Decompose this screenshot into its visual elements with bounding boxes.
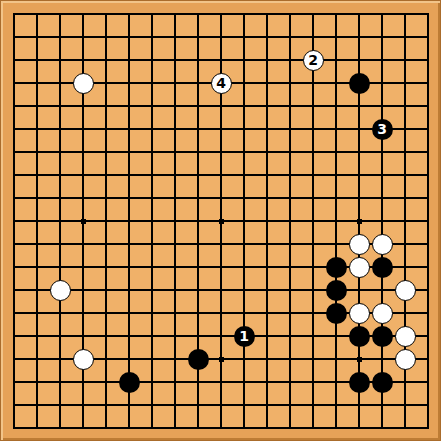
- stone-white: [395, 349, 416, 370]
- stone-black: [372, 326, 393, 347]
- star-point: [81, 219, 86, 224]
- star-point: [357, 219, 362, 224]
- stone-white: [349, 234, 370, 255]
- stone-white: [395, 280, 416, 301]
- star-point: [219, 219, 224, 224]
- star-point: [219, 357, 224, 362]
- stone-white: [349, 303, 370, 324]
- stone-white-move-2: 2: [303, 50, 324, 71]
- go-board: 4231: [0, 0, 441, 441]
- stone-black: [188, 349, 209, 370]
- stone-black: [326, 280, 347, 301]
- stone-white: [73, 73, 94, 94]
- star-point: [357, 357, 362, 362]
- stone-white: [395, 326, 416, 347]
- stone-black: [349, 326, 370, 347]
- stone-white: [349, 257, 370, 278]
- stone-white: [372, 303, 393, 324]
- stone-black: [119, 372, 140, 393]
- stone-white: [372, 234, 393, 255]
- stone-black: [372, 257, 393, 278]
- stone-white-move-4: 4: [211, 73, 232, 94]
- stones-layer: 4231: [3, 3, 440, 440]
- stone-black-move-3: 3: [372, 119, 393, 140]
- stone-black-move-1: 1: [234, 326, 255, 347]
- stone-white: [73, 349, 94, 370]
- stone-black: [349, 372, 370, 393]
- stone-black: [372, 372, 393, 393]
- stone-black: [349, 73, 370, 94]
- stone-black: [326, 257, 347, 278]
- stone-black: [326, 303, 347, 324]
- stone-white: [50, 280, 71, 301]
